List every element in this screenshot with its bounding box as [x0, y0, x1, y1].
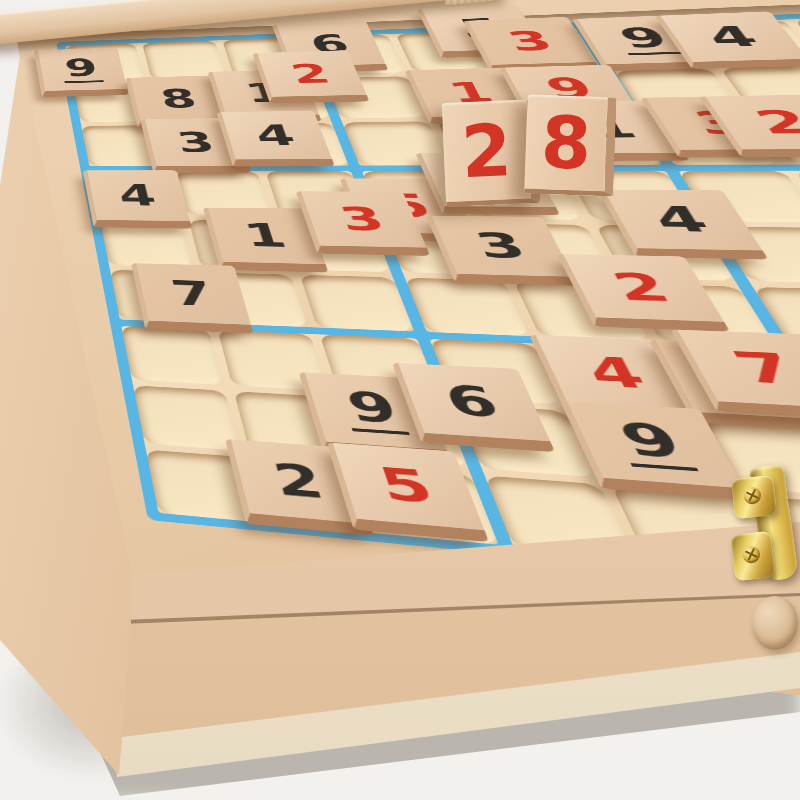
tile-digit: 4: [579, 351, 652, 394]
tile-digit: 2: [606, 268, 677, 306]
tile-digit: 7: [725, 346, 800, 391]
cell-r7c1[interactable]: [121, 326, 223, 385]
tile-digit: 4: [252, 121, 299, 149]
tile-digit: 8: [158, 85, 200, 111]
tile-digit: 2: [287, 60, 334, 86]
tile-digit: 4: [116, 181, 159, 210]
tile-r6c1-7[interactable]: 7: [131, 263, 253, 333]
cell-r8c1[interactable]: [133, 385, 240, 450]
cell-r6c3[interactable]: [300, 275, 414, 332]
tile-digit: 9: [59, 55, 104, 83]
sudoku-box-photo: 965394812193413245613347245796925 28: [0, 0, 800, 800]
tile-r3c3-4[interactable]: 4: [216, 111, 335, 167]
wooden-knob: [752, 596, 798, 650]
tile-digit: 6: [439, 379, 505, 423]
screw-icon: [743, 486, 762, 505]
tile-digit: 1: [240, 219, 290, 251]
tile-digit: 9: [607, 416, 700, 471]
tile-r4c1-4[interactable]: 4: [83, 170, 192, 228]
screw-icon: [742, 545, 761, 564]
tile-digit: 3: [174, 128, 218, 156]
tile-digit: 7: [168, 276, 217, 311]
tile-digit: 3: [470, 228, 532, 263]
tile-r1c1-9[interactable]: 9: [34, 48, 129, 97]
tile-digit: 2: [269, 457, 329, 504]
tile-digit: 2: [748, 106, 800, 137]
tile-digit: 4: [700, 22, 765, 50]
latch-upper-plate[interactable]: [731, 475, 777, 519]
tile-digit: 2: [460, 108, 514, 194]
tile-digit: 9: [337, 386, 410, 435]
tile-digit: 5: [374, 461, 440, 510]
tile-digit: 3: [502, 27, 558, 54]
standing-tile-8[interactable]: 8: [524, 94, 616, 196]
tile-digit: 3: [335, 203, 389, 235]
cell-r6c4[interactable]: [405, 278, 530, 336]
tile-digit: 8: [540, 100, 593, 186]
tile-digit: 4: [646, 202, 716, 237]
latch-lower-plate[interactable]: [731, 531, 776, 581]
